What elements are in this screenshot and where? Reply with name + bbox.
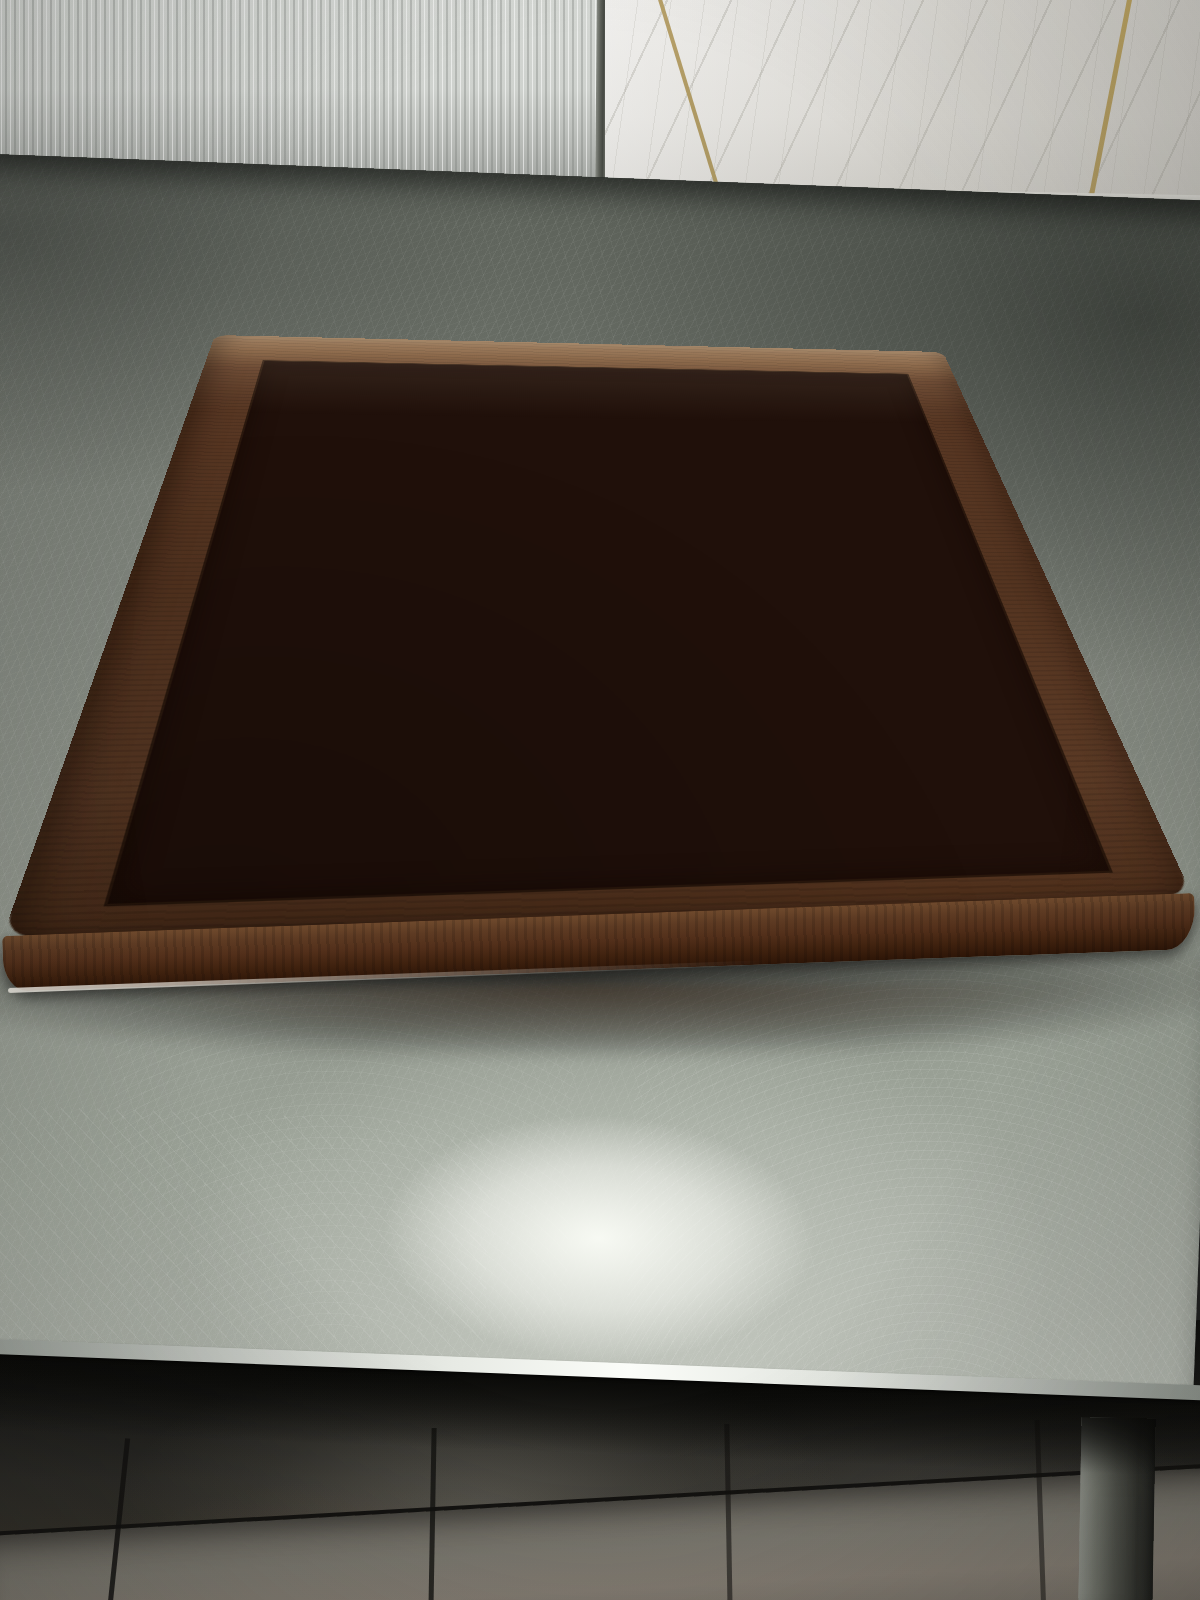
scene — [0, 0, 1200, 1600]
board-reflection — [90, 985, 1110, 1045]
playing-area — [108, 361, 1110, 904]
